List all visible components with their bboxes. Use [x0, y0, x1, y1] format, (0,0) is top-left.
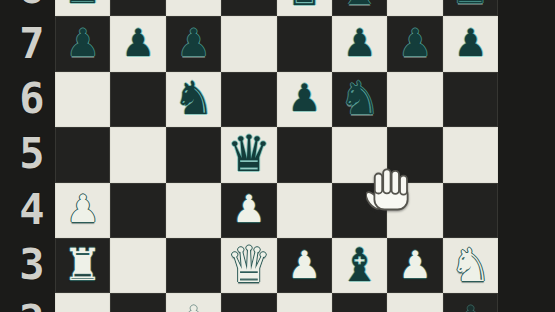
- rank-label-8: 8: [12, 0, 52, 11]
- square-h5[interactable]: [443, 127, 498, 182]
- square-e5[interactable]: [277, 127, 332, 182]
- piece-black-p-c7[interactable]: ♟: [176, 21, 210, 65]
- piece-white-n-h3[interactable]: ♞: [450, 238, 491, 292]
- square-e8[interactable]: ♚: [277, 0, 332, 16]
- square-d8[interactable]: [221, 0, 276, 16]
- piece-black-p-e6[interactable]: ♟: [287, 76, 321, 120]
- square-d5[interactable]: ♛: [221, 127, 276, 182]
- square-c3[interactable]: [166, 238, 221, 293]
- square-d2[interactable]: [221, 293, 276, 312]
- square-e3[interactable]: ♟: [277, 238, 332, 293]
- square-d6[interactable]: [221, 72, 276, 127]
- piece-black-p-g7[interactable]: ♟: [398, 21, 432, 65]
- piece-white-q-d3[interactable]: ♛: [226, 236, 271, 294]
- piece-white-p-c2[interactable]: ♟: [176, 298, 210, 312]
- square-e2[interactable]: [277, 293, 332, 312]
- square-g4[interactable]: [387, 183, 442, 238]
- square-g6[interactable]: [387, 72, 442, 127]
- square-h7[interactable]: ♟: [443, 16, 498, 71]
- square-b4[interactable]: [110, 183, 165, 238]
- square-a7[interactable]: ♟: [55, 16, 110, 71]
- square-b7[interactable]: ♟: [110, 16, 165, 71]
- square-f4[interactable]: [332, 183, 387, 238]
- piece-black-k-e8[interactable]: ♚: [283, 0, 326, 16]
- piece-white-p-a4[interactable]: ♟: [66, 187, 100, 231]
- rank-label-6: 6: [12, 77, 52, 121]
- piece-white-r-a3[interactable]: ♜: [63, 239, 102, 290]
- square-b5[interactable]: [110, 127, 165, 182]
- square-h6[interactable]: [443, 72, 498, 127]
- square-a2[interactable]: [55, 293, 110, 312]
- rank-label-5: 5: [12, 132, 52, 176]
- piece-black-q-d5[interactable]: ♛: [226, 125, 271, 183]
- square-f2[interactable]: [332, 293, 387, 312]
- piece-black-b-f3[interactable]: ♝: [339, 238, 380, 292]
- square-a5[interactable]: [55, 127, 110, 182]
- piece-white-p-e3[interactable]: ♟: [287, 243, 321, 287]
- rank-label-2: 2: [12, 299, 52, 312]
- square-h8[interactable]: ♜: [443, 0, 498, 16]
- square-c4[interactable]: [166, 183, 221, 238]
- square-a6[interactable]: [55, 72, 110, 127]
- square-a4[interactable]: ♟: [55, 183, 110, 238]
- square-c7[interactable]: ♟: [166, 16, 221, 71]
- piece-white-p-d4[interactable]: ♟: [232, 187, 266, 231]
- square-c5[interactable]: [166, 127, 221, 182]
- square-f3[interactable]: ♝: [332, 238, 387, 293]
- piece-black-n-c6[interactable]: ♞: [173, 71, 214, 125]
- square-c6[interactable]: ♞: [166, 72, 221, 127]
- square-d4[interactable]: ♟: [221, 183, 276, 238]
- piece-black-n-f6[interactable]: ♞: [339, 71, 380, 125]
- square-b2[interactable]: [110, 293, 165, 312]
- square-f5[interactable]: [332, 127, 387, 182]
- piece-white-p-g3[interactable]: ♟: [398, 243, 432, 287]
- piece-black-p-f7[interactable]: ♟: [343, 21, 377, 65]
- square-g7[interactable]: ♟: [387, 16, 442, 71]
- square-g8[interactable]: [387, 0, 442, 16]
- rank-label-3: 3: [12, 243, 52, 287]
- square-b6[interactable]: [110, 72, 165, 127]
- piece-black-p-b7[interactable]: ♟: [121, 21, 155, 65]
- square-f7[interactable]: ♟: [332, 16, 387, 71]
- piece-black-p-h7[interactable]: ♟: [453, 21, 487, 65]
- square-h3[interactable]: ♞: [443, 238, 498, 293]
- square-h2[interactable]: ♟: [443, 293, 498, 312]
- piece-black-r-a8[interactable]: ♜: [63, 0, 102, 13]
- square-g3[interactable]: ♟: [387, 238, 442, 293]
- square-c8[interactable]: [166, 0, 221, 16]
- square-e6[interactable]: ♟: [277, 72, 332, 127]
- square-c2[interactable]: ♟: [166, 293, 221, 312]
- rank-label-7: 7: [12, 22, 52, 66]
- piece-black-p-a7[interactable]: ♟: [66, 21, 100, 65]
- square-d3[interactable]: ♛: [221, 238, 276, 293]
- square-b8[interactable]: [110, 0, 165, 16]
- square-e7[interactable]: [277, 16, 332, 71]
- square-h4[interactable]: [443, 183, 498, 238]
- square-d7[interactable]: [221, 16, 276, 71]
- rank-label-4: 4: [12, 188, 52, 232]
- square-b3[interactable]: [110, 238, 165, 293]
- square-g2[interactable]: [387, 293, 442, 312]
- piece-black-r-h8[interactable]: ♜: [451, 0, 490, 13]
- square-g5[interactable]: [387, 127, 442, 182]
- square-a3[interactable]: ♜: [55, 238, 110, 293]
- chess-board: ♜♚♝♜♟♟♟♟♟♟♞♟♞♛♟♟♜♛♟♝♟♞♟♟: [55, 0, 498, 312]
- piece-black-p-h2[interactable]: ♟: [453, 298, 487, 312]
- square-a8[interactable]: ♜: [55, 0, 110, 16]
- square-f6[interactable]: ♞: [332, 72, 387, 127]
- piece-black-b-f8[interactable]: ♝: [339, 0, 380, 15]
- square-f8[interactable]: ♝: [332, 0, 387, 16]
- square-e4[interactable]: [277, 183, 332, 238]
